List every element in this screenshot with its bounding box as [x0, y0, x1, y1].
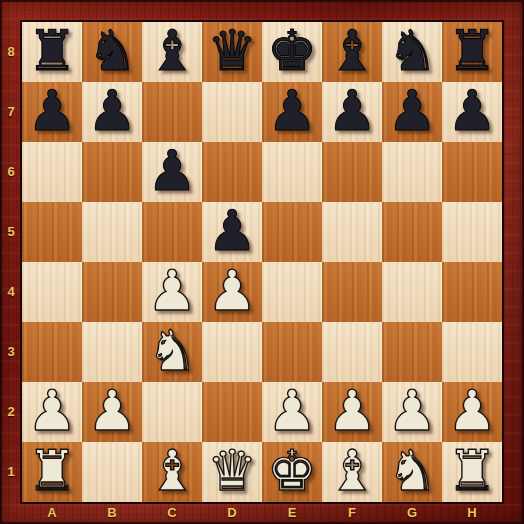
- square-d4[interactable]: ♟: [202, 262, 262, 322]
- piece-white-bishop[interactable]: ♝: [142, 442, 202, 502]
- square-d6[interactable]: [202, 142, 262, 202]
- file-label-e: E: [262, 502, 322, 524]
- rank-label-7: 7: [0, 82, 22, 142]
- square-h8[interactable]: ♜: [442, 22, 502, 82]
- piece-white-pawn[interactable]: ♟: [442, 382, 502, 442]
- square-g6[interactable]: [382, 142, 442, 202]
- piece-black-pawn[interactable]: ♟: [262, 82, 322, 142]
- rank-label-5: 5: [0, 202, 22, 262]
- square-g5[interactable]: [382, 202, 442, 262]
- square-e4[interactable]: [262, 262, 322, 322]
- square-h4[interactable]: [442, 262, 502, 322]
- square-b7[interactable]: ♟: [82, 82, 142, 142]
- square-a7[interactable]: ♟: [22, 82, 82, 142]
- square-c2[interactable]: [142, 382, 202, 442]
- rank-label-3: 3: [0, 322, 22, 382]
- file-label-g: G: [382, 502, 442, 524]
- square-g4[interactable]: [382, 262, 442, 322]
- piece-black-pawn[interactable]: ♟: [82, 82, 142, 142]
- square-e5[interactable]: [262, 202, 322, 262]
- piece-white-pawn[interactable]: ♟: [82, 382, 142, 442]
- piece-black-rook[interactable]: ♜: [442, 22, 502, 82]
- piece-black-bishop[interactable]: ♝: [142, 22, 202, 82]
- square-g1[interactable]: ♞: [382, 442, 442, 502]
- file-label-d: D: [202, 502, 262, 524]
- piece-white-queen[interactable]: ♛: [202, 442, 262, 502]
- square-a5[interactable]: [22, 202, 82, 262]
- square-e1[interactable]: ♚: [262, 442, 322, 502]
- file-label-f: F: [322, 502, 382, 524]
- square-d1[interactable]: ♛: [202, 442, 262, 502]
- square-b2[interactable]: ♟: [82, 382, 142, 442]
- rank-label-8: 8: [0, 22, 22, 82]
- piece-white-rook[interactable]: ♜: [442, 442, 502, 502]
- file-label-c: C: [142, 502, 202, 524]
- square-b4[interactable]: [82, 262, 142, 322]
- square-d2[interactable]: [202, 382, 262, 442]
- square-e3[interactable]: [262, 322, 322, 382]
- square-d7[interactable]: [202, 82, 262, 142]
- square-f1[interactable]: ♝: [322, 442, 382, 502]
- square-a2[interactable]: ♟: [22, 382, 82, 442]
- square-a8[interactable]: ♜: [22, 22, 82, 82]
- piece-white-pawn[interactable]: ♟: [202, 262, 262, 322]
- piece-white-knight[interactable]: ♞: [142, 322, 202, 382]
- square-c1[interactable]: ♝: [142, 442, 202, 502]
- square-g3[interactable]: [382, 322, 442, 382]
- square-h2[interactable]: ♟: [442, 382, 502, 442]
- piece-white-king[interactable]: ♚: [262, 442, 322, 502]
- rank-label-1: 1: [0, 442, 22, 502]
- square-e6[interactable]: [262, 142, 322, 202]
- square-h6[interactable]: [442, 142, 502, 202]
- piece-black-knight[interactable]: ♞: [382, 22, 442, 82]
- square-h5[interactable]: [442, 202, 502, 262]
- square-d5[interactable]: ♟: [202, 202, 262, 262]
- piece-white-knight[interactable]: ♞: [382, 442, 442, 502]
- square-b5[interactable]: [82, 202, 142, 262]
- piece-white-pawn[interactable]: ♟: [262, 382, 322, 442]
- piece-white-pawn[interactable]: ♟: [382, 382, 442, 442]
- square-f6[interactable]: [322, 142, 382, 202]
- square-e8[interactable]: ♚: [262, 22, 322, 82]
- square-h7[interactable]: ♟: [442, 82, 502, 142]
- square-b8[interactable]: ♞: [82, 22, 142, 82]
- square-f4[interactable]: [322, 262, 382, 322]
- square-f3[interactable]: [322, 322, 382, 382]
- square-e2[interactable]: ♟: [262, 382, 322, 442]
- square-g8[interactable]: ♞: [382, 22, 442, 82]
- square-g7[interactable]: ♟: [382, 82, 442, 142]
- square-d8[interactable]: ♛: [202, 22, 262, 82]
- square-c8[interactable]: ♝: [142, 22, 202, 82]
- piece-black-rook[interactable]: ♜: [22, 22, 82, 82]
- piece-black-pawn[interactable]: ♟: [202, 202, 262, 262]
- square-a4[interactable]: [22, 262, 82, 322]
- piece-black-pawn[interactable]: ♟: [442, 82, 502, 142]
- square-a6[interactable]: [22, 142, 82, 202]
- piece-white-pawn[interactable]: ♟: [322, 382, 382, 442]
- square-c6[interactable]: ♟: [142, 142, 202, 202]
- piece-black-pawn[interactable]: ♟: [22, 82, 82, 142]
- square-c4[interactable]: ♟: [142, 262, 202, 322]
- square-h1[interactable]: ♜: [442, 442, 502, 502]
- square-f2[interactable]: ♟: [322, 382, 382, 442]
- rank-label-6: 6: [0, 142, 22, 202]
- piece-black-pawn[interactable]: ♟: [322, 82, 382, 142]
- rank-label-4: 4: [0, 262, 22, 322]
- square-f5[interactable]: [322, 202, 382, 262]
- chess-board: ♜♞♝♛♚♝♞♜♟♟♟♟♟♟♟♟♟♟♞♟♟♟♟♟♟♜♝♛♚♝♞♜: [22, 22, 502, 502]
- square-f8[interactable]: ♝: [322, 22, 382, 82]
- square-c3[interactable]: ♞: [142, 322, 202, 382]
- piece-white-bishop[interactable]: ♝: [322, 442, 382, 502]
- square-g2[interactable]: ♟: [382, 382, 442, 442]
- square-c5[interactable]: [142, 202, 202, 262]
- square-h3[interactable]: [442, 322, 502, 382]
- square-f7[interactable]: ♟: [322, 82, 382, 142]
- piece-white-pawn[interactable]: ♟: [22, 382, 82, 442]
- square-b3[interactable]: [82, 322, 142, 382]
- piece-black-knight[interactable]: ♞: [82, 22, 142, 82]
- rank-label-2: 2: [0, 382, 22, 442]
- piece-black-queen[interactable]: ♛: [202, 22, 262, 82]
- file-label-b: B: [82, 502, 142, 524]
- square-a3[interactable]: [22, 322, 82, 382]
- piece-black-bishop[interactable]: ♝: [322, 22, 382, 82]
- piece-black-king[interactable]: ♚: [262, 22, 322, 82]
- chess-board-frame: ♜♞♝♛♚♝♞♜♟♟♟♟♟♟♟♟♟♟♞♟♟♟♟♟♟♜♝♛♚♝♞♜ 8765432…: [0, 0, 524, 524]
- piece-black-pawn[interactable]: ♟: [142, 142, 202, 202]
- square-d3[interactable]: [202, 322, 262, 382]
- file-label-h: H: [442, 502, 502, 524]
- square-a1[interactable]: ♜: [22, 442, 82, 502]
- square-e7[interactable]: ♟: [262, 82, 322, 142]
- piece-black-pawn[interactable]: ♟: [382, 82, 442, 142]
- piece-white-rook[interactable]: ♜: [22, 442, 82, 502]
- square-b6[interactable]: [82, 142, 142, 202]
- file-label-a: A: [22, 502, 82, 524]
- piece-white-pawn[interactable]: ♟: [142, 262, 202, 322]
- square-b1[interactable]: [82, 442, 142, 502]
- square-c7[interactable]: [142, 82, 202, 142]
